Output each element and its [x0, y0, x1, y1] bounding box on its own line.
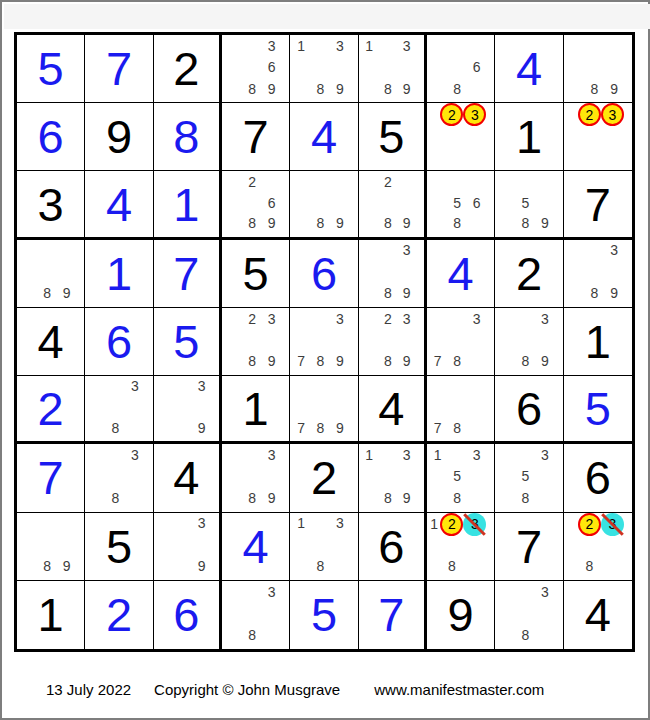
cell-r4c2[interactable]: 1	[85, 240, 153, 308]
candidate-grid: 389	[360, 240, 416, 304]
cell-r8c6[interactable]: 6	[359, 513, 427, 581]
cell-r5c4[interactable]: 2389	[222, 308, 290, 376]
candidate-grid: 38	[86, 444, 144, 508]
candidate-grid: 89	[18, 240, 76, 304]
solved-digit: 4	[222, 513, 289, 580]
candidate-grid: 289	[360, 171, 416, 233]
solved-digit: 6	[17, 103, 84, 170]
candidate-grid: 89	[565, 35, 624, 99]
candidate-8: 8	[311, 418, 330, 439]
candidate-grid: 38	[86, 376, 144, 438]
cell-r1c7[interactable]: 68	[427, 35, 495, 103]
cell-r1c4[interactable]: 3689	[222, 35, 290, 103]
cell-r5c9[interactable]: 1	[564, 308, 632, 376]
candidate-9: 9	[330, 351, 349, 372]
cell-r4c6[interactable]: 389	[359, 240, 427, 308]
candidate-3: 3	[397, 444, 416, 465]
candidate-6: 6	[262, 56, 281, 77]
cell-r3c5[interactable]: 89	[290, 171, 358, 239]
cell-r7c1[interactable]: 7	[17, 444, 85, 512]
candidate-9: 9	[330, 213, 349, 234]
candidate-9: 9	[604, 282, 624, 303]
cyan-eliminated-highlight: 3	[463, 513, 486, 536]
cell-r7c8[interactable]: 358	[495, 444, 563, 512]
given-digit: 4	[17, 308, 84, 375]
candidate-grid: 389	[565, 240, 624, 304]
candidate-grid: 89	[18, 513, 76, 577]
candidate-7: 7	[291, 351, 310, 372]
given-digit: 1	[564, 308, 632, 375]
solved-digit: 2	[85, 581, 152, 649]
candidate-grid: 568	[428, 171, 486, 233]
solved-digit: 7	[17, 444, 84, 511]
candidate-8: 8	[578, 556, 601, 577]
candidate-8: 8	[37, 555, 56, 576]
candidate-3: 3	[262, 444, 281, 465]
candidate-8: 8	[584, 282, 604, 303]
candidate-grid: 23	[565, 103, 624, 167]
candidate-grid: 39	[155, 376, 211, 438]
candidate-3: 3	[604, 240, 624, 261]
candidate-9: 9	[397, 282, 416, 303]
solved-digit: 6	[85, 308, 152, 375]
candidate-grid: 1389	[360, 444, 416, 508]
candidate-8: 8	[106, 487, 125, 508]
yellow-circle-highlight: 3	[463, 103, 486, 126]
candidate-6: 6	[467, 192, 486, 213]
given-digit: 1	[17, 581, 84, 649]
candidate-3: 3	[397, 240, 416, 261]
cell-r6c8[interactable]: 6	[495, 376, 563, 444]
candidate-9: 9	[535, 213, 554, 234]
cell-r8c5[interactable]: 138	[290, 513, 358, 581]
candidate-3: 3	[262, 35, 281, 56]
cell-r7c3[interactable]: 4	[154, 444, 222, 512]
cell-r7c2[interactable]: 38	[85, 444, 153, 512]
solved-digit: 7	[154, 240, 219, 307]
cell-r3c3[interactable]: 1	[154, 171, 222, 239]
given-digit: 3	[17, 171, 84, 236]
solved-digit: 5	[290, 581, 357, 649]
cell-r6c4[interactable]: 1	[222, 376, 290, 444]
caption-date: 13 July 2022	[46, 681, 131, 698]
candidate-9: 9	[57, 555, 76, 576]
caption-copyright: Copyright © John Musgrave	[154, 681, 340, 698]
candidate-grid: 1358	[428, 444, 486, 508]
candidate-2: 2	[578, 103, 601, 126]
given-digit: 1	[495, 103, 562, 170]
candidate-8: 8	[311, 213, 330, 234]
candidate-grid: 78	[428, 376, 486, 438]
solved-digit: 4	[290, 103, 357, 170]
cell-r9c2[interactable]: 2	[85, 581, 153, 649]
cell-r9c3[interactable]: 6	[154, 581, 222, 649]
candidate-3: 3	[262, 308, 281, 329]
given-digit: 2	[290, 444, 357, 511]
candidate-grid: 238	[565, 513, 624, 577]
candidate-3: 3	[330, 308, 349, 329]
candidate-2: 2	[440, 103, 463, 126]
candidate-3: 3	[330, 35, 349, 56]
candidate-9: 9	[192, 555, 211, 576]
cell-r2c3[interactable]: 8	[154, 103, 222, 171]
candidate-3: 3	[463, 103, 486, 126]
cell-r8c4[interactable]: 4	[222, 513, 290, 581]
cell-r2c2[interactable]: 9	[85, 103, 153, 171]
candidate-5: 5	[447, 192, 466, 213]
candidate-grid: 1389	[291, 35, 349, 99]
candidate-8: 8	[516, 213, 535, 234]
candidate-9: 9	[330, 78, 349, 99]
cell-r5c5[interactable]: 3789	[290, 308, 358, 376]
solved-digit: 8	[154, 103, 219, 170]
given-digit: 4	[359, 376, 424, 441]
candidate-8: 8	[516, 351, 535, 372]
candidate-5: 5	[447, 466, 466, 487]
cell-r6c1[interactable]: 2	[17, 376, 85, 444]
candidate-2: 2	[242, 171, 261, 192]
candidate-7: 7	[291, 418, 310, 439]
candidate-grid: 789	[291, 376, 349, 438]
cell-r1c9[interactable]: 89	[564, 35, 632, 103]
strike-line-icon	[464, 513, 487, 536]
candidate-grid: 2389	[360, 308, 416, 372]
cell-r5c3[interactable]: 5	[154, 308, 222, 376]
candidate-2: 2	[440, 513, 463, 536]
solved-digit: 7	[359, 581, 424, 649]
candidate-6: 6	[467, 56, 486, 77]
cell-r8c2[interactable]: 5	[85, 513, 153, 581]
cell-r5c8[interactable]: 389	[495, 308, 563, 376]
strike-line-icon	[601, 513, 624, 536]
cell-r9c5[interactable]: 5	[290, 581, 358, 649]
candidate-9: 9	[262, 487, 281, 508]
cell-r1c2[interactable]: 7	[85, 35, 153, 103]
candidate-9: 9	[535, 351, 554, 372]
solved-digit: 4	[427, 240, 494, 307]
given-digit: 2	[495, 240, 562, 307]
candidate-8: 8	[37, 282, 56, 303]
cell-r2c1[interactable]: 6	[17, 103, 85, 171]
cell-r1c8[interactable]: 4	[495, 35, 563, 103]
solved-digit: 5	[17, 35, 84, 102]
solved-digit: 1	[85, 240, 152, 307]
cell-r3c1[interactable]: 3	[17, 171, 85, 239]
cell-r8c7[interactable]: 1238	[427, 513, 495, 581]
candidate-1: 1	[291, 513, 310, 534]
candidate-grid: 39	[155, 513, 211, 577]
yellow-circle-highlight: 2	[578, 103, 601, 126]
cell-r7c5[interactable]: 2	[290, 444, 358, 512]
candidate-grid: 2689	[223, 171, 281, 233]
cyan-eliminated-highlight: 3	[601, 513, 624, 536]
cell-r4c4[interactable]: 5	[222, 240, 290, 308]
candidate-3: 3	[467, 308, 486, 329]
given-digit: 4	[154, 444, 219, 511]
candidate-8: 8	[378, 78, 397, 99]
cell-r3c2[interactable]: 4	[85, 171, 153, 239]
candidate-7: 7	[428, 351, 447, 372]
candidate-8: 8	[447, 487, 466, 508]
candidate-grid: 1238	[428, 513, 486, 577]
cell-r2c8[interactable]: 1	[495, 103, 563, 171]
candidate-9: 9	[192, 418, 211, 439]
solved-digit: 4	[495, 35, 562, 102]
cell-r5c2[interactable]: 6	[85, 308, 153, 376]
candidate-8: 8	[447, 213, 466, 234]
cell-r7c4[interactable]: 389	[222, 444, 290, 512]
candidate-2: 2	[578, 513, 601, 536]
cell-r9c7[interactable]: 9	[427, 581, 495, 649]
candidate-9: 9	[330, 418, 349, 439]
cell-r8c3[interactable]: 39	[154, 513, 222, 581]
solved-digit: 7	[85, 35, 152, 102]
candidate-grid: 23	[428, 103, 486, 167]
candidate-5: 5	[516, 192, 535, 213]
candidate-8: 8	[440, 556, 463, 577]
candidate-8: 8	[242, 213, 261, 234]
yellow-circle-highlight: 2	[440, 513, 463, 536]
candidate-9: 9	[262, 213, 281, 234]
cell-r2c4[interactable]: 7	[222, 103, 290, 171]
candidate-8: 8	[516, 624, 535, 646]
cell-r6c9[interactable]: 5	[564, 376, 632, 444]
window-frame: 5723689138913896848969874523123341268989…	[0, 0, 650, 720]
candidate-3: 3	[397, 35, 416, 56]
title-bar-strip	[4, 4, 650, 29]
candidate-3: 3	[601, 103, 624, 126]
candidate-grid: 2389	[223, 308, 281, 372]
cell-r6c7[interactable]: 78	[427, 376, 495, 444]
candidate-2: 2	[242, 308, 261, 329]
yellow-circle-highlight: 3	[601, 103, 624, 126]
candidate-3: 3	[125, 376, 144, 397]
candidate-8: 8	[447, 78, 466, 99]
cell-r9c8[interactable]: 38	[495, 581, 563, 649]
cell-r7c6[interactable]: 1389	[359, 444, 427, 512]
candidate-grid: 68	[428, 35, 486, 99]
candidate-8: 8	[311, 555, 330, 576]
given-digit: 7	[564, 171, 632, 236]
candidate-9: 9	[57, 282, 76, 303]
candidate-1: 1	[360, 35, 379, 56]
cell-r3c8[interactable]: 589	[495, 171, 563, 239]
cell-r8c1[interactable]: 89	[17, 513, 85, 581]
cell-r4c5[interactable]: 6	[290, 240, 358, 308]
candidate-3: 3	[463, 513, 486, 536]
candidate-8: 8	[378, 213, 397, 234]
candidate-grid: 389	[496, 308, 554, 372]
cell-r9c4[interactable]: 38	[222, 581, 290, 649]
cell-r9c6[interactable]: 7	[359, 581, 427, 649]
candidate-grid: 3689	[223, 35, 281, 99]
candidate-grid: 38	[223, 581, 281, 646]
candidate-8: 8	[311, 351, 330, 372]
candidate-8: 8	[242, 351, 261, 372]
given-digit: 2	[154, 35, 219, 102]
solved-digit: 6	[290, 240, 357, 307]
cell-r7c7[interactable]: 1358	[427, 444, 495, 512]
cell-r6c6[interactable]: 4	[359, 376, 427, 444]
candidate-9: 9	[397, 487, 416, 508]
solved-digit: 6	[154, 581, 219, 649]
given-digit: 7	[222, 103, 289, 170]
candidate-2: 2	[378, 308, 397, 329]
given-digit: 9	[427, 581, 494, 649]
candidate-3: 3	[192, 376, 211, 397]
candidate-3: 3	[601, 513, 624, 536]
candidate-9: 9	[604, 78, 624, 99]
solved-digit: 2	[17, 376, 84, 441]
given-digit: 4	[564, 581, 632, 649]
candidate-3: 3	[192, 513, 211, 534]
candidate-8: 8	[106, 418, 125, 439]
solved-digit: 4	[85, 171, 152, 236]
cell-r3c4[interactable]: 2689	[222, 171, 290, 239]
candidate-8: 8	[516, 487, 535, 508]
solved-digit: 5	[154, 308, 219, 375]
candidate-8: 8	[311, 78, 330, 99]
candidate-grid: 3789	[291, 308, 349, 372]
cell-r2c9[interactable]: 23	[564, 103, 632, 171]
candidate-2: 2	[378, 171, 397, 192]
cell-r5c6[interactable]: 2389	[359, 308, 427, 376]
cell-r3c7[interactable]: 568	[427, 171, 495, 239]
solved-digit: 5	[564, 376, 632, 441]
given-digit: 6	[359, 513, 424, 580]
given-digit: 5	[85, 513, 152, 580]
cell-r9c1[interactable]: 1	[17, 581, 85, 649]
candidate-3: 3	[467, 444, 486, 465]
candidate-8: 8	[378, 487, 397, 508]
cell-r5c7[interactable]: 378	[427, 308, 495, 376]
candidate-grid: 358	[496, 444, 554, 508]
cell-r5c1[interactable]: 4	[17, 308, 85, 376]
candidate-grid: 38	[496, 581, 554, 646]
solved-digit: 1	[154, 171, 219, 236]
candidate-3: 3	[330, 513, 349, 534]
given-digit: 7	[495, 513, 562, 580]
given-digit: 9	[85, 103, 152, 170]
candidate-grid: 589	[496, 171, 554, 233]
candidate-1: 1	[428, 513, 440, 536]
candidate-grid: 138	[291, 513, 349, 577]
cell-r3c6[interactable]: 289	[359, 171, 427, 239]
candidate-grid: 89	[291, 171, 349, 233]
given-digit: 5	[359, 103, 424, 170]
candidate-8: 8	[242, 78, 261, 99]
cell-r8c8[interactable]: 7	[495, 513, 563, 581]
candidate-8: 8	[447, 351, 466, 372]
cell-r2c7[interactable]: 23	[427, 103, 495, 171]
candidate-8: 8	[378, 351, 397, 372]
cell-r2c5[interactable]: 4	[290, 103, 358, 171]
candidate-9: 9	[397, 351, 416, 372]
candidate-3: 3	[125, 444, 144, 465]
given-digit: 6	[564, 444, 632, 511]
sudoku-board: 5723689138913896848969874523123341268989…	[14, 32, 635, 652]
candidate-3: 3	[535, 581, 554, 603]
candidate-grid: 389	[223, 444, 281, 508]
caption: 13 July 2022Copyright © John Musgravewww…	[46, 681, 544, 698]
candidate-8: 8	[584, 78, 604, 99]
candidate-grid: 378	[428, 308, 486, 372]
candidate-3: 3	[535, 444, 554, 465]
candidate-1: 1	[291, 35, 310, 56]
cell-r6c5[interactable]: 789	[290, 376, 358, 444]
candidate-8: 8	[378, 282, 397, 303]
cell-r1c1[interactable]: 5	[17, 35, 85, 103]
candidate-9: 9	[397, 78, 416, 99]
cell-r4c8[interactable]: 2	[495, 240, 563, 308]
candidate-3: 3	[262, 581, 281, 603]
candidate-8: 8	[242, 624, 261, 646]
given-digit: 6	[495, 376, 562, 441]
candidate-7: 7	[428, 418, 447, 439]
cell-r8c9[interactable]: 238	[564, 513, 632, 581]
cell-r4c1[interactable]: 89	[17, 240, 85, 308]
cell-r2c6[interactable]: 5	[359, 103, 427, 171]
candidate-8: 8	[447, 418, 466, 439]
candidate-9: 9	[262, 78, 281, 99]
yellow-circle-highlight: 2	[440, 103, 463, 126]
given-digit: 1	[222, 376, 289, 441]
cell-r6c2[interactable]: 38	[85, 376, 153, 444]
candidate-1: 1	[428, 444, 447, 465]
caption-site: www.manifestmaster.com	[374, 681, 544, 698]
candidate-6: 6	[262, 192, 281, 213]
candidate-3: 3	[397, 308, 416, 329]
candidate-9: 9	[397, 213, 416, 234]
candidate-grid: 1389	[360, 35, 416, 99]
cell-r4c3[interactable]: 7	[154, 240, 222, 308]
cell-r6c3[interactable]: 39	[154, 376, 222, 444]
cell-r3c9[interactable]: 7	[564, 171, 632, 239]
cell-r1c6[interactable]: 1389	[359, 35, 427, 103]
candidate-8: 8	[242, 487, 261, 508]
cell-r9c9[interactable]: 4	[564, 581, 632, 649]
candidate-5: 5	[516, 466, 535, 487]
cell-r4c9[interactable]: 389	[564, 240, 632, 308]
candidate-3: 3	[535, 308, 554, 329]
cell-r1c5[interactable]: 1389	[290, 35, 358, 103]
cell-r1c3[interactable]: 2	[154, 35, 222, 103]
cell-r4c7[interactable]: 4	[427, 240, 495, 308]
cell-r7c9[interactable]: 6	[564, 444, 632, 512]
candidate-1: 1	[360, 444, 379, 465]
yellow-circle-highlight: 2	[578, 513, 601, 536]
given-digit: 5	[222, 240, 289, 307]
candidate-9: 9	[262, 351, 281, 372]
